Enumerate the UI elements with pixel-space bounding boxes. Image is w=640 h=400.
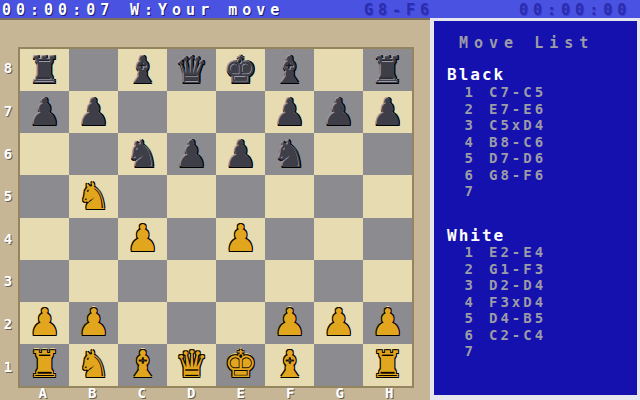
square-g7[interactable]: ♟ [314, 91, 363, 133]
square-f2[interactable]: ♟ [265, 302, 314, 344]
square-g2[interactable]: ♟ [314, 302, 363, 344]
black-move-row: 4B8-C6 [448, 134, 628, 151]
black-pawn-icon: ♟ [175, 136, 208, 173]
move-text: F3xD4 [489, 294, 546, 310]
square-f4[interactable] [265, 218, 314, 260]
white-moves-heading: White [447, 226, 505, 245]
white-bishop-icon: ♝ [273, 346, 306, 383]
white-pawn-icon: ♟ [224, 220, 257, 257]
white-move-list: 1E2-E42G1-F33D2-D44F3xD45D4-B56C2-C47 [448, 244, 628, 360]
file-label-a: A [18, 385, 68, 400]
black-rook-icon: ♜ [28, 52, 61, 89]
black-moves-heading: Black [447, 65, 505, 84]
file-label-f: F [266, 385, 316, 400]
square-f3[interactable] [265, 260, 314, 302]
status-bar: 00:00:07 W:Your move G8-F6 00:00:00 [0, 0, 640, 20]
black-pawn-icon: ♟ [77, 94, 110, 131]
square-a7[interactable]: ♟ [20, 91, 69, 133]
rank-labels: 87654321 [0, 47, 16, 388]
white-knight-icon: ♞ [77, 178, 110, 215]
black-pawn-icon: ♟ [273, 94, 306, 131]
white-move-row: 3D2-D4 [448, 277, 628, 294]
move-text: G1-F3 [489, 261, 546, 277]
black-bishop-icon: ♝ [273, 52, 306, 89]
square-b6[interactable] [69, 133, 118, 175]
white-pawn-icon: ♟ [322, 304, 355, 341]
move-number: 1 [448, 244, 474, 260]
white-pawn-icon: ♟ [126, 220, 159, 257]
square-g3[interactable] [314, 260, 363, 302]
black-king-icon: ♚ [224, 52, 257, 89]
square-c8[interactable]: ♝ [118, 49, 167, 91]
square-d4[interactable] [167, 218, 216, 260]
rank-label-2: 2 [0, 303, 16, 346]
black-move-row: 5D7-D6 [448, 150, 628, 167]
square-a1[interactable]: ♜ [20, 344, 69, 386]
black-move-row: 3C5xD4 [448, 117, 628, 134]
white-pawn-icon: ♟ [28, 304, 61, 341]
square-a3[interactable] [20, 260, 69, 302]
square-a2[interactable]: ♟ [20, 302, 69, 344]
square-g4[interactable] [314, 218, 363, 260]
square-b8[interactable] [69, 49, 118, 91]
square-a5[interactable] [20, 175, 69, 217]
square-h7[interactable]: ♟ [363, 91, 412, 133]
square-d5[interactable] [167, 175, 216, 217]
move-number: 1 [448, 84, 474, 100]
move-number: 2 [448, 261, 474, 277]
move-number: 3 [448, 277, 474, 293]
square-h1[interactable]: ♜ [363, 344, 412, 386]
black-move-row: 2E7-E6 [448, 101, 628, 118]
square-d6[interactable]: ♟ [167, 133, 216, 175]
white-queen-icon: ♛ [175, 346, 208, 383]
square-h8[interactable]: ♜ [363, 49, 412, 91]
square-e5[interactable] [216, 175, 265, 217]
square-e4[interactable]: ♟ [216, 218, 265, 260]
square-c6[interactable]: ♞ [118, 133, 167, 175]
chess-board: ♜♝♛♚♝♜♟♟♟♟♟♞♟♟♞♞♟♟♟♟♟♟♟♜♞♝♛♚♝♜ [18, 47, 414, 388]
move-number: 7 [448, 183, 474, 199]
move-text: E7-E6 [489, 101, 546, 117]
file-label-e: E [216, 385, 266, 400]
white-move-row: 4F3xD4 [448, 294, 628, 311]
square-b1[interactable]: ♞ [69, 344, 118, 386]
black-pawn-icon: ♟ [322, 94, 355, 131]
square-f1[interactable]: ♝ [265, 344, 314, 386]
square-f5[interactable] [265, 175, 314, 217]
move-text: G8-F6 [489, 167, 546, 183]
black-queen-icon: ♛ [175, 52, 208, 89]
square-d8[interactable]: ♛ [167, 49, 216, 91]
rank-label-5: 5 [0, 175, 16, 218]
square-e2[interactable] [216, 302, 265, 344]
move-number: 4 [448, 134, 474, 150]
white-move-row: 1E2-E4 [448, 244, 628, 261]
white-pawn-icon: ♟ [371, 304, 404, 341]
rank-label-6: 6 [0, 132, 16, 175]
square-e1[interactable]: ♚ [216, 344, 265, 386]
move-text: C5xD4 [489, 117, 546, 133]
black-pawn-icon: ♟ [371, 94, 404, 131]
white-knight-icon: ♞ [77, 346, 110, 383]
black-bishop-icon: ♝ [126, 52, 159, 89]
move-number: 6 [448, 167, 474, 183]
chess-app-screen: 00:00:07 W:Your move G8-F6 00:00:00 8765… [0, 0, 640, 400]
file-label-d: D [167, 385, 217, 400]
move-number: 7 [448, 343, 474, 359]
black-move-row: 1C7-C5 [448, 84, 628, 101]
square-d2[interactable] [167, 302, 216, 344]
square-g6[interactable] [314, 133, 363, 175]
square-h4[interactable] [363, 218, 412, 260]
white-move-row: 7 [448, 343, 628, 360]
square-a8[interactable]: ♜ [20, 49, 69, 91]
move-text: D7-D6 [489, 150, 546, 166]
rank-label-8: 8 [0, 47, 16, 90]
square-b4[interactable] [69, 218, 118, 260]
move-text: D4-B5 [489, 310, 546, 326]
black-pawn-icon: ♟ [224, 136, 257, 173]
square-e3[interactable] [216, 260, 265, 302]
black-move-list: 1C7-C52E7-E63C5xD44B8-C65D7-D66G8-F67 [448, 84, 628, 200]
white-move-row: 2G1-F3 [448, 261, 628, 278]
move-number: 3 [448, 117, 474, 133]
white-clock: 00:00:07 [2, 1, 114, 19]
turn-status-text: W:Your move [130, 1, 284, 19]
square-b7[interactable]: ♟ [69, 91, 118, 133]
square-h2[interactable]: ♟ [363, 302, 412, 344]
square-c1[interactable]: ♝ [118, 344, 167, 386]
rank-label-4: 4 [0, 218, 16, 261]
square-e8[interactable]: ♚ [216, 49, 265, 91]
move-list-panel: Move List Black 1C7-C52E7-E63C5xD44B8-C6… [430, 18, 640, 400]
white-rook-icon: ♜ [371, 346, 404, 383]
square-g1[interactable] [314, 344, 363, 386]
black-pawn-icon: ♟ [28, 94, 61, 131]
last-move-text: G8-F6 [364, 1, 434, 19]
square-f8[interactable]: ♝ [265, 49, 314, 91]
square-c5[interactable] [118, 175, 167, 217]
black-move-row: 7 [448, 183, 628, 200]
white-pawn-icon: ♟ [77, 304, 110, 341]
square-a6[interactable] [20, 133, 69, 175]
file-label-h: H [365, 385, 415, 400]
move-text: E2-E4 [489, 244, 546, 260]
move-number: 4 [448, 294, 474, 310]
move-text: D2-D4 [489, 277, 546, 293]
black-clock: 00:00:00 [519, 1, 631, 19]
file-label-g: G [315, 385, 365, 400]
square-e6[interactable]: ♟ [216, 133, 265, 175]
move-text: B8-C6 [489, 134, 546, 150]
square-h3[interactable] [363, 260, 412, 302]
square-f6[interactable]: ♞ [265, 133, 314, 175]
square-d7[interactable] [167, 91, 216, 133]
black-rook-icon: ♜ [371, 52, 404, 89]
square-c3[interactable] [118, 260, 167, 302]
square-g5[interactable] [314, 175, 363, 217]
move-text: C7-C5 [489, 84, 546, 100]
file-label-c: C [117, 385, 167, 400]
square-b5[interactable]: ♞ [69, 175, 118, 217]
rank-label-3: 3 [0, 260, 16, 303]
white-pawn-icon: ♟ [273, 304, 306, 341]
black-move-row: 6G8-F6 [448, 167, 628, 184]
file-labels: ABCDEFGH [18, 385, 414, 400]
white-move-row: 6C2-C4 [448, 327, 628, 344]
move-list-title: Move List [459, 34, 594, 52]
square-c4[interactable]: ♟ [118, 218, 167, 260]
move-text: C2-C4 [489, 327, 546, 343]
square-a4[interactable] [20, 218, 69, 260]
move-number: 5 [448, 150, 474, 166]
black-knight-icon: ♞ [126, 136, 159, 173]
square-c2[interactable] [118, 302, 167, 344]
rank-label-1: 1 [0, 345, 16, 388]
move-number: 6 [448, 327, 474, 343]
white-move-row: 5D4-B5 [448, 310, 628, 327]
square-f7[interactable]: ♟ [265, 91, 314, 133]
square-g8[interactable] [314, 49, 363, 91]
move-number: 2 [448, 101, 474, 117]
square-h5[interactable] [363, 175, 412, 217]
square-d3[interactable] [167, 260, 216, 302]
white-rook-icon: ♜ [28, 346, 61, 383]
white-bishop-icon: ♝ [126, 346, 159, 383]
black-knight-icon: ♞ [273, 136, 306, 173]
square-b2[interactable]: ♟ [69, 302, 118, 344]
rank-label-7: 7 [0, 90, 16, 133]
move-number: 5 [448, 310, 474, 326]
file-label-b: B [68, 385, 118, 400]
square-d1[interactable]: ♛ [167, 344, 216, 386]
square-e7[interactable] [216, 91, 265, 133]
square-h6[interactable] [363, 133, 412, 175]
white-king-icon: ♚ [224, 346, 257, 383]
square-c7[interactable] [118, 91, 167, 133]
square-b3[interactable] [69, 260, 118, 302]
